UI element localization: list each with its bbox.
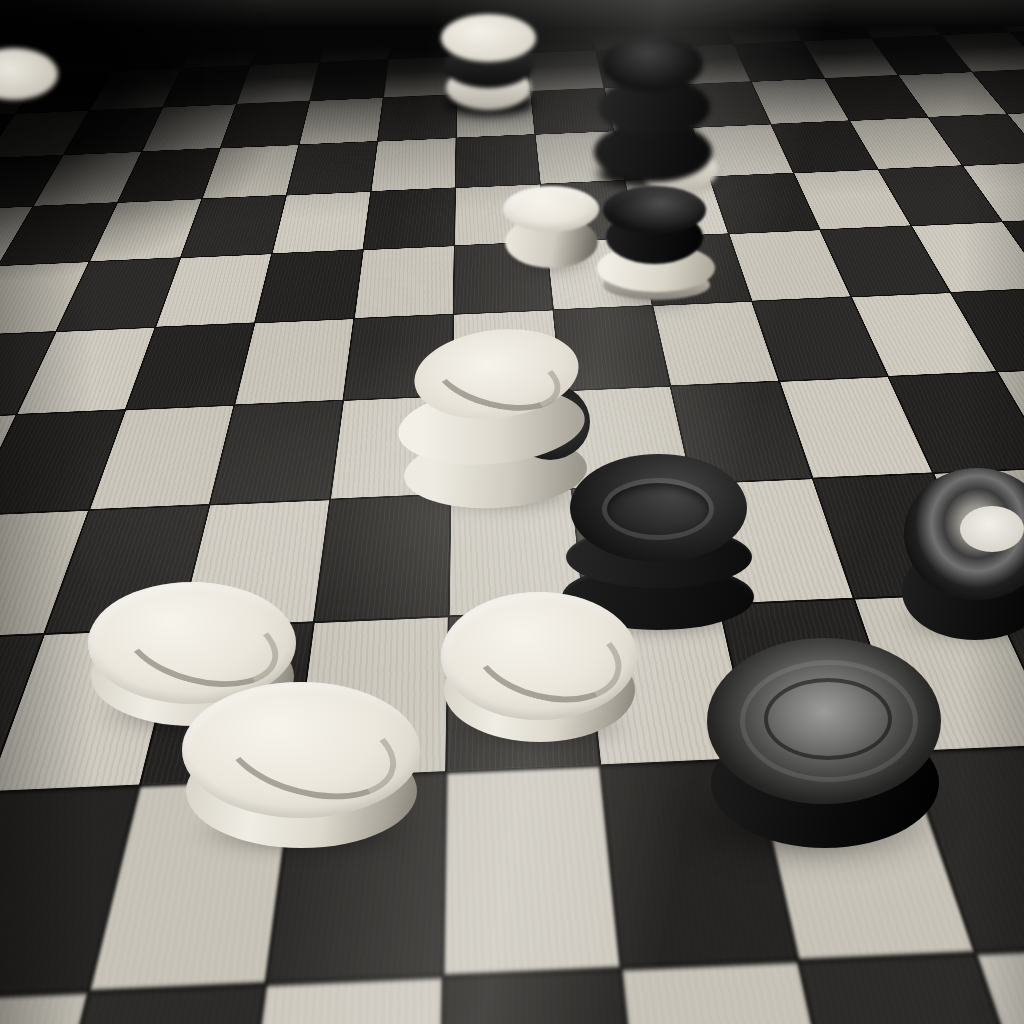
board-square[interactable] [456, 135, 539, 188]
board-perspective-wrapper [0, 0, 1024, 1024]
board-square[interactable] [251, 28, 327, 65]
board-perspective [0, 0, 1024, 1024]
piece-top-face [441, 14, 536, 62]
engraved-ring-inner [764, 678, 892, 760]
checkers-board [0, 0, 1024, 1024]
light-centre-disc [960, 506, 1024, 552]
board-square[interactable] [221, 101, 309, 148]
piece-top-face [602, 36, 703, 92]
piece-top-face [503, 186, 599, 232]
checkers-photo-scene: ⛀ ⛁ ⛃ ⛀ ⛃ ⛁ [0, 0, 1024, 1024]
board-square[interactable] [328, 0, 396, 28]
board-square[interactable] [364, 188, 455, 249]
board-square[interactable] [310, 60, 388, 101]
piece-black-man-g3[interactable]: ⛂ [706, 636, 944, 854]
piece-black-on-white-f7[interactable]: ⛃ [597, 184, 716, 306]
board-square[interactable] [355, 246, 454, 318]
board-square[interactable] [300, 98, 383, 144]
piece-stack-d8[interactable]: ⛁ [441, 14, 536, 116]
board-square[interactable] [287, 142, 377, 195]
board-square[interactable] [256, 250, 363, 322]
board-square[interactable] [315, 495, 450, 621]
board-square[interactable] [237, 63, 319, 104]
piece-black-man-h5[interactable]: ⛂ [898, 450, 1024, 644]
piece-black-stack-f8[interactable]: ⛃ [592, 30, 720, 190]
board-square[interactable] [235, 319, 353, 404]
board-square[interactable] [372, 138, 456, 191]
board-square[interactable] [273, 192, 371, 253]
piece-white-man-c3[interactable]: ⛀ [182, 682, 422, 852]
piece-top-face [603, 186, 706, 234]
piece-white-man-a8[interactable]: ⛀ [0, 48, 58, 106]
piece-white-man-e4[interactable]: ⛀ [441, 592, 639, 746]
board-square[interactable] [263, 0, 335, 31]
piece-white-man-e7[interactable]: ⛀ [503, 186, 600, 274]
board-square[interactable] [445, 767, 620, 975]
piece-top-face [0, 48, 58, 100]
board-square[interactable] [320, 26, 393, 62]
engraved-ring [602, 478, 714, 540]
board-square[interactable] [0, 993, 87, 1024]
board-square[interactable] [441, 970, 648, 1024]
